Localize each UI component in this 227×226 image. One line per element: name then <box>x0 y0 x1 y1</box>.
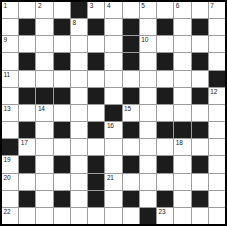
cell-4-13[interactable] <box>209 53 225 69</box>
cell-5-5[interactable] <box>71 71 87 87</box>
cell-5-4[interactable] <box>54 71 70 87</box>
clue-number-13: 13 <box>4 105 11 112</box>
black-cell-8-6 <box>88 122 104 138</box>
cell-7-12[interactable] <box>192 105 208 121</box>
cell-11-7[interactable]: 21 <box>105 174 121 190</box>
black-cell-8-12 <box>192 122 208 138</box>
cell-4-5[interactable] <box>71 53 87 69</box>
cell-10-1[interactable]: 19 <box>2 156 18 172</box>
black-cell-5-13 <box>209 71 225 87</box>
cell-9-5[interactable] <box>71 139 87 155</box>
cell-13-13[interactable] <box>209 208 225 224</box>
cell-12-5[interactable] <box>71 191 87 207</box>
black-cell-6-2 <box>19 88 35 104</box>
cell-11-13[interactable] <box>209 174 225 190</box>
cell-2-3[interactable] <box>36 19 52 35</box>
cell-3-13[interactable] <box>209 36 225 52</box>
black-cell-2-4 <box>54 19 70 35</box>
clue-number-21: 21 <box>107 174 114 181</box>
black-cell-6-3 <box>36 88 52 104</box>
cell-5-12[interactable] <box>192 71 208 87</box>
cell-3-7[interactable] <box>105 36 121 52</box>
cell-11-8[interactable] <box>123 174 139 190</box>
black-cell-10-4 <box>54 156 70 172</box>
black-cell-4-2 <box>19 53 35 69</box>
cell-9-3[interactable] <box>36 139 52 155</box>
black-cell-8-8 <box>123 122 139 138</box>
cell-8-5[interactable] <box>71 122 87 138</box>
black-cell-12-2 <box>19 191 35 207</box>
black-cell-6-12 <box>192 88 208 104</box>
clue-number-10: 10 <box>141 36 148 43</box>
cell-7-13[interactable] <box>209 105 225 121</box>
black-cell-8-4 <box>54 122 70 138</box>
cell-4-1[interactable] <box>2 53 18 69</box>
cell-11-11[interactable] <box>174 174 190 190</box>
cell-2-13[interactable] <box>209 19 225 35</box>
cell-12-7[interactable] <box>105 191 121 207</box>
clue-number-5: 5 <box>141 2 144 9</box>
cell-6-13[interactable]: 12 <box>209 88 225 104</box>
cell-9-13[interactable] <box>209 139 225 155</box>
cell-5-1[interactable]: 11 <box>2 71 18 87</box>
black-cell-4-8 <box>123 53 139 69</box>
black-cell-4-6 <box>88 53 104 69</box>
black-cell-1-5 <box>71 2 87 18</box>
cell-13-12[interactable] <box>192 208 208 224</box>
clue-number-19: 19 <box>4 156 11 163</box>
clue-number-4: 4 <box>107 2 110 9</box>
cell-3-12[interactable] <box>192 36 208 52</box>
cell-5-10[interactable] <box>157 71 173 87</box>
cell-5-6[interactable] <box>88 71 104 87</box>
cell-1-10[interactable] <box>157 2 173 18</box>
cell-7-9[interactable] <box>140 105 156 121</box>
cell-13-1[interactable]: 22 <box>2 208 18 224</box>
clue-number-3: 3 <box>90 2 93 9</box>
cell-4-9[interactable] <box>140 53 156 69</box>
cell-1-13[interactable]: 7 <box>209 2 225 18</box>
clue-number-8: 8 <box>72 19 75 26</box>
clue-number-11: 11 <box>4 71 10 78</box>
clue-number-15: 15 <box>124 105 131 112</box>
clue-number-16: 16 <box>107 122 114 129</box>
cell-7-10[interactable] <box>157 105 173 121</box>
cell-12-9[interactable] <box>140 191 156 207</box>
black-cell-2-6 <box>88 19 104 35</box>
cell-8-3[interactable] <box>36 122 52 138</box>
black-cell-10-2 <box>19 156 35 172</box>
cell-7-4[interactable] <box>54 105 70 121</box>
black-cell-6-8 <box>123 88 139 104</box>
clue-number-23: 23 <box>159 208 166 215</box>
cell-13-10[interactable]: 23 <box>157 208 173 224</box>
black-cell-3-8 <box>123 36 139 52</box>
cell-1-1[interactable]: 1 <box>2 2 18 18</box>
cell-3-10[interactable] <box>157 36 173 52</box>
cell-3-9[interactable]: 10 <box>140 36 156 52</box>
cell-1-11[interactable]: 6 <box>174 2 190 18</box>
black-cell-4-4 <box>54 53 70 69</box>
black-cell-12-4 <box>54 191 70 207</box>
cell-11-2[interactable] <box>19 174 35 190</box>
cell-9-2[interactable]: 17 <box>19 139 35 155</box>
cell-7-5[interactable] <box>71 105 87 121</box>
cell-7-2[interactable] <box>19 105 35 121</box>
cell-10-11[interactable] <box>174 156 190 172</box>
cell-6-1[interactable] <box>2 88 18 104</box>
cell-11-4[interactable] <box>54 174 70 190</box>
cell-4-3[interactable] <box>36 53 52 69</box>
cell-6-9[interactable] <box>140 88 156 104</box>
cell-5-9[interactable] <box>140 71 156 87</box>
cell-11-1[interactable]: 20 <box>2 174 18 190</box>
cell-5-7[interactable] <box>105 71 121 87</box>
cell-4-11[interactable] <box>174 53 190 69</box>
black-cell-12-6 <box>88 191 104 207</box>
cell-9-10[interactable] <box>157 139 173 155</box>
cell-7-8[interactable]: 15 <box>123 105 139 121</box>
cell-9-4[interactable] <box>54 139 70 155</box>
cell-3-6[interactable] <box>88 36 104 52</box>
clue-number-14: 14 <box>38 105 45 112</box>
black-cell-12-12 <box>192 191 208 207</box>
crossword-page: 1234567891011121314151617181920212223 <box>0 0 227 226</box>
black-cell-2-2 <box>19 19 35 35</box>
clue-number-7: 7 <box>210 2 213 9</box>
cell-1-4[interactable] <box>54 2 70 18</box>
cell-1-12[interactable] <box>192 2 208 18</box>
cell-13-2[interactable] <box>19 208 35 224</box>
cell-8-7[interactable]: 16 <box>105 122 121 138</box>
cell-10-5[interactable] <box>71 156 87 172</box>
cell-9-6[interactable] <box>88 139 104 155</box>
cell-9-11[interactable]: 18 <box>174 139 190 155</box>
black-cell-12-8 <box>123 191 139 207</box>
cell-3-4[interactable] <box>54 36 70 52</box>
cell-13-11[interactable] <box>174 208 190 224</box>
cell-11-3[interactable] <box>36 174 52 190</box>
clue-number-12: 12 <box>210 88 217 95</box>
cell-2-5[interactable]: 8 <box>71 19 87 35</box>
black-cell-11-6 <box>88 174 104 190</box>
cell-1-8[interactable] <box>123 2 139 18</box>
cell-12-13[interactable] <box>209 191 225 207</box>
cell-13-5[interactable] <box>71 208 87 224</box>
black-cell-7-7 <box>105 105 121 121</box>
cell-7-11[interactable] <box>174 105 190 121</box>
clue-number-6: 6 <box>176 2 179 9</box>
cell-3-1[interactable]: 9 <box>2 36 18 52</box>
cell-13-4[interactable] <box>54 208 70 224</box>
cell-6-7[interactable] <box>105 88 121 104</box>
cell-5-11[interactable] <box>174 71 190 87</box>
cell-1-2[interactable] <box>19 2 35 18</box>
black-cell-2-8 <box>123 19 139 35</box>
black-cell-8-2 <box>19 122 35 138</box>
cell-6-5[interactable] <box>71 88 87 104</box>
clue-number-20: 20 <box>4 174 11 181</box>
black-cell-9-1 <box>2 139 18 155</box>
cell-8-9[interactable] <box>140 122 156 138</box>
black-cell-6-4 <box>54 88 70 104</box>
clue-number-9: 9 <box>4 36 7 43</box>
cell-7-1[interactable]: 13 <box>2 105 18 121</box>
black-cell-2-12 <box>192 19 208 35</box>
cell-2-11[interactable] <box>174 19 190 35</box>
black-cell-6-6 <box>88 88 104 104</box>
cell-10-13[interactable] <box>209 156 225 172</box>
black-cell-2-10 <box>157 19 173 35</box>
black-cell-6-10 <box>157 88 173 104</box>
black-cell-10-10 <box>157 156 173 172</box>
cell-12-1[interactable] <box>2 191 18 207</box>
cell-7-6[interactable] <box>88 105 104 121</box>
cell-8-13[interactable] <box>209 122 225 138</box>
cell-9-9[interactable] <box>140 139 156 155</box>
cell-13-7[interactable] <box>105 208 121 224</box>
cell-13-8[interactable] <box>123 208 139 224</box>
cell-4-7[interactable] <box>105 53 121 69</box>
cell-9-12[interactable] <box>192 139 208 155</box>
cell-9-7[interactable] <box>105 139 121 155</box>
cell-11-10[interactable] <box>157 174 173 190</box>
black-cell-4-12 <box>192 53 208 69</box>
cell-11-5[interactable] <box>71 174 87 190</box>
cell-3-5[interactable] <box>71 36 87 52</box>
black-cell-13-9 <box>140 208 156 224</box>
clue-number-22: 22 <box>4 208 11 215</box>
clue-number-18: 18 <box>176 139 183 146</box>
cell-12-3[interactable] <box>36 191 52 207</box>
cell-2-9[interactable] <box>140 19 156 35</box>
cell-3-3[interactable] <box>36 36 52 52</box>
cell-11-12[interactable] <box>192 174 208 190</box>
cell-6-11[interactable] <box>174 88 190 104</box>
cell-10-3[interactable] <box>36 156 52 172</box>
cell-1-9[interactable]: 5 <box>140 2 156 18</box>
cell-9-8[interactable] <box>123 139 139 155</box>
cell-8-1[interactable] <box>2 122 18 138</box>
cell-3-2[interactable] <box>19 36 35 52</box>
crossword-grid: 1234567891011121314151617181920212223 <box>0 0 227 226</box>
cell-13-3[interactable] <box>36 208 52 224</box>
cell-10-7[interactable] <box>105 156 121 172</box>
black-cell-4-10 <box>157 53 173 69</box>
black-cell-8-11 <box>174 122 190 138</box>
cell-11-9[interactable] <box>140 174 156 190</box>
clue-number-17: 17 <box>21 139 28 146</box>
cell-10-9[interactable] <box>140 156 156 172</box>
black-cell-10-8 <box>123 156 139 172</box>
black-cell-10-12 <box>192 156 208 172</box>
cell-5-8[interactable] <box>123 71 139 87</box>
cell-2-7[interactable] <box>105 19 121 35</box>
cell-1-3[interactable]: 2 <box>36 2 52 18</box>
cell-2-1[interactable] <box>2 19 18 35</box>
cell-7-3[interactable]: 14 <box>36 105 52 121</box>
cell-12-11[interactable] <box>174 191 190 207</box>
clue-number-1: 1 <box>4 2 7 9</box>
clue-number-2: 2 <box>38 2 41 9</box>
cell-13-6[interactable] <box>88 208 104 224</box>
cell-1-7[interactable]: 4 <box>105 2 121 18</box>
cell-3-11[interactable] <box>174 36 190 52</box>
cell-1-6[interactable]: 3 <box>88 2 104 18</box>
cell-5-3[interactable] <box>36 71 52 87</box>
cell-5-2[interactable] <box>19 71 35 87</box>
black-cell-8-10 <box>157 122 173 138</box>
black-cell-12-10 <box>157 191 173 207</box>
black-cell-10-6 <box>88 156 104 172</box>
